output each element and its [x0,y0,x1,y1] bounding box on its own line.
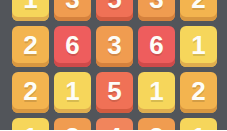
tile-value: 1 [191,32,205,58]
tile-r3c4[interactable]: 1 [138,72,175,113]
tile-value: 5 [107,78,121,104]
tile-r2c1[interactable]: 2 [12,26,49,67]
tile-value: 2 [23,32,37,58]
tile-r4c3[interactable]: 4 [96,118,133,130]
tile-value: 1 [191,124,205,131]
tile-value: 3 [107,32,121,58]
tile-value: 3 [149,0,163,12]
tile-r1c2[interactable]: 3 [54,0,91,21]
tile-r1c4[interactable]: 3 [138,0,175,21]
tile-value: 2 [23,78,37,104]
tile-r2c5[interactable]: 1 [180,26,217,67]
tile-r3c2[interactable]: 1 [54,72,91,113]
tile-value: 3 [149,124,163,131]
tile-value: 3 [65,0,79,12]
tile-value: 6 [149,32,163,58]
tile-r4c4[interactable]: 3 [138,118,175,130]
tile-value: 6 [65,32,79,58]
tile-value: 1 [65,78,79,104]
tile-value: 2 [191,0,205,12]
tile-r1c1[interactable]: 1 [12,0,49,21]
tile-value: 5 [107,0,121,12]
tile-value: 4 [107,124,121,131]
tile-value: 3 [65,124,79,131]
tile-r2c2[interactable]: 6 [54,26,91,67]
tile-r4c1[interactable]: 1 [12,118,49,130]
tile-r4c5[interactable]: 1 [180,118,217,130]
game-board: 13532263612151213431 [0,0,227,130]
tile-r4c2[interactable]: 3 [54,118,91,130]
tile-r2c3[interactable]: 3 [96,26,133,67]
tile-r1c5[interactable]: 2 [180,0,217,21]
tile-r3c1[interactable]: 2 [12,72,49,113]
tile-r1c3[interactable]: 5 [96,0,133,21]
tile-r3c5[interactable]: 2 [180,72,217,113]
tile-value: 2 [191,78,205,104]
tile-value: 1 [23,0,37,12]
tile-r2c4[interactable]: 6 [138,26,175,67]
tile-r3c3[interactable]: 5 [96,72,133,113]
tile-value: 1 [149,78,163,104]
tile-value: 1 [23,124,37,131]
tile-grid: 13532263612151213431 [12,0,217,130]
